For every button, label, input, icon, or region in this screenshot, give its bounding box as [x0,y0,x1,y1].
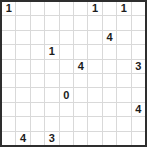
cell-r1-c2[interactable] [16,2,29,15]
cell-r5-c9[interactable] [117,60,130,73]
cell-r4-c1[interactable] [2,45,15,58]
cell-r2-c4[interactable] [45,16,58,29]
cell-r10-c1[interactable] [2,132,15,145]
cell-r2-c6[interactable] [74,16,87,29]
cell-r8-c6[interactable] [74,103,87,116]
cell-r2-c5[interactable] [60,16,73,29]
cell-r10-c3[interactable] [31,132,44,145]
cell-r4-c2[interactable] [16,45,29,58]
cell-r8-c8[interactable] [103,103,116,116]
cell-r4-c6[interactable] [74,45,87,58]
cell-r7-c7[interactable] [88,88,101,101]
cell-r5-c2[interactable] [16,60,29,73]
cell-r9-c3[interactable] [31,117,44,130]
cell-r5-c8[interactable] [103,60,116,73]
cell-r3-c10[interactable] [132,31,145,44]
cell-r2-c7[interactable] [88,16,101,29]
clue-cell-r4-c4[interactable]: 1 [45,45,58,58]
cell-r8-c2[interactable] [16,103,29,116]
cell-r2-c1[interactable] [2,16,15,29]
cell-r10-c10[interactable] [132,132,145,145]
clue-cell-r10-c2[interactable]: 4 [16,132,29,145]
cell-r3-c5[interactable] [60,31,73,44]
cell-r7-c10[interactable] [132,88,145,101]
cell-r7-c3[interactable] [31,88,44,101]
cell-r6-c3[interactable] [31,74,44,87]
cell-r2-c8[interactable] [103,16,116,29]
cell-r2-c10[interactable] [132,16,145,29]
cell-r2-c3[interactable] [31,16,44,29]
cell-r10-c8[interactable] [103,132,116,145]
cell-r5-c3[interactable] [31,60,44,73]
cell-r3-c6[interactable] [74,31,87,44]
cell-r8-c4[interactable] [45,103,58,116]
cell-r1-c6[interactable] [74,2,87,15]
cell-r6-c8[interactable] [103,74,116,87]
cell-r3-c4[interactable] [45,31,58,44]
cell-r5-c4[interactable] [45,60,58,73]
cell-r7-c4[interactable] [45,88,58,101]
cell-r6-c1[interactable] [2,74,15,87]
clue-cell-r1-c7[interactable]: 1 [88,2,101,15]
cell-r9-c9[interactable] [117,117,130,130]
cell-r10-c5[interactable] [60,132,73,145]
cell-r5-c1[interactable] [2,60,15,73]
cell-r1-c3[interactable] [31,2,44,15]
cell-r6-c2[interactable] [16,74,29,87]
cell-r10-c7[interactable] [88,132,101,145]
clue-cell-r1-c9[interactable]: 1 [117,2,130,15]
cell-r2-c9[interactable] [117,16,130,29]
cell-r4-c10[interactable] [132,45,145,58]
cell-r6-c10[interactable] [132,74,145,87]
clue-cell-r1-c1[interactable]: 1 [2,2,15,15]
cell-r10-c9[interactable] [117,132,130,145]
cell-r3-c7[interactable] [88,31,101,44]
cell-r9-c8[interactable] [103,117,116,130]
cell-r9-c1[interactable] [2,117,15,130]
cell-r2-c2[interactable] [16,16,29,29]
cell-r9-c10[interactable] [132,117,145,130]
cell-r6-c9[interactable] [117,74,130,87]
clue-cell-r8-c10[interactable]: 4 [132,103,145,116]
cell-r5-c5[interactable] [60,60,73,73]
cell-r9-c6[interactable] [74,117,87,130]
cell-r5-c7[interactable] [88,60,101,73]
cell-r7-c1[interactable] [2,88,15,101]
clue-cell-r3-c8[interactable]: 4 [103,31,116,44]
cell-r3-c2[interactable] [16,31,29,44]
cell-r4-c7[interactable] [88,45,101,58]
cell-r1-c8[interactable] [103,2,116,15]
cell-r7-c6[interactable] [74,88,87,101]
cell-r6-c7[interactable] [88,74,101,87]
cell-r4-c9[interactable] [117,45,130,58]
cell-r9-c2[interactable] [16,117,29,130]
cell-r7-c8[interactable] [103,88,116,101]
clue-cell-r5-c6[interactable]: 4 [74,60,87,73]
cell-r9-c4[interactable] [45,117,58,130]
cell-r8-c3[interactable] [31,103,44,116]
cell-r3-c3[interactable] [31,31,44,44]
cell-r1-c4[interactable] [45,2,58,15]
cell-r9-c7[interactable] [88,117,101,130]
clue-cell-r10-c4[interactable]: 3 [45,132,58,145]
cell-r10-c6[interactable] [74,132,87,145]
cell-r6-c6[interactable] [74,74,87,87]
cell-r3-c1[interactable] [2,31,15,44]
cell-r4-c5[interactable] [60,45,73,58]
cell-r7-c9[interactable] [117,88,130,101]
cell-r4-c3[interactable] [31,45,44,58]
cell-r6-c5[interactable] [60,74,73,87]
cell-r1-c5[interactable] [60,2,73,15]
clue-cell-r5-c10[interactable]: 3 [132,60,145,73]
cell-r9-c5[interactable] [60,117,73,130]
clue-cell-r7-c5[interactable]: 0 [60,88,73,101]
cell-r1-c10[interactable] [132,2,145,15]
cell-r8-c5[interactable] [60,103,73,116]
cell-r6-c4[interactable] [45,74,58,87]
cell-r8-c1[interactable] [2,103,15,116]
cell-r3-c9[interactable] [117,31,130,44]
puzzle-grid: 11141430443 [0,0,147,147]
cell-r4-c8[interactable] [103,45,116,58]
cell-r8-c9[interactable] [117,103,130,116]
cell-r7-c2[interactable] [16,88,29,101]
cell-r8-c7[interactable] [88,103,101,116]
